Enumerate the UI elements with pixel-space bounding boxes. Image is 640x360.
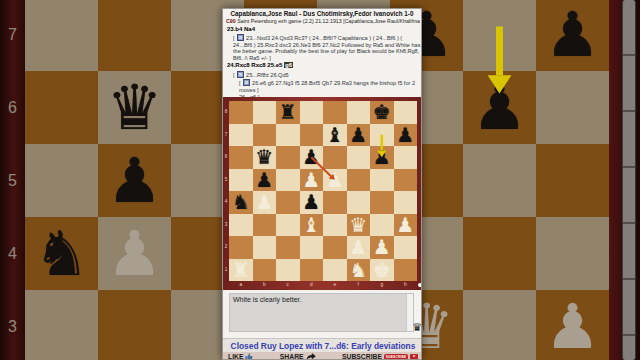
square-f6[interactable] bbox=[347, 146, 371, 169]
thumbs-up-icon bbox=[245, 353, 253, 360]
square-a8[interactable] bbox=[229, 101, 253, 124]
square-h8[interactable] bbox=[394, 101, 418, 124]
notation-line-2[interactable]: [ 23...Nxd3 24.Qxd3 Rc3? ( 24...Bf6!? Ca… bbox=[225, 34, 421, 61]
subscribe-button[interactable]: SUBSCRIBE SUBSCRIBE bbox=[342, 353, 418, 360]
like-button[interactable]: LIKE bbox=[228, 353, 253, 360]
subscribe-label: SUBSCRIBE bbox=[342, 353, 382, 360]
white-to-move-dot bbox=[418, 283, 422, 287]
square-a7[interactable] bbox=[229, 124, 253, 147]
game-event-line: C90 Saint Petersburg exh game (2.2) 21.1… bbox=[226, 18, 420, 24]
file-label-b: b bbox=[253, 282, 277, 290]
piece-wp-d5[interactable]: ♟ bbox=[300, 169, 324, 192]
variation-board-icon[interactable] bbox=[243, 79, 250, 86]
actions-bar: LIKE SHARE SUBSCRIBE SUBSCRIBE bbox=[223, 352, 422, 360]
share-button[interactable]: SHARE bbox=[280, 353, 316, 360]
piece-bn-a4[interactable]: ♞ bbox=[229, 191, 253, 214]
square-c2[interactable] bbox=[276, 236, 300, 259]
square-e8[interactable] bbox=[323, 101, 347, 124]
square-c4[interactable] bbox=[276, 191, 300, 214]
piece-wn-f1[interactable]: ♞ bbox=[347, 259, 371, 282]
piece-bp-d4[interactable]: ♟ bbox=[300, 191, 324, 214]
file-label-a: a bbox=[229, 282, 253, 290]
variation-board-icon[interactable] bbox=[237, 71, 244, 78]
notation-panel[interactable]: 23.b4 Na4[ 23...Nxd3 24.Qxd3 Rc3? ( 24..… bbox=[225, 25, 421, 97]
square-a6[interactable] bbox=[229, 146, 253, 169]
video-title-banner: Closed Ruy Lopez with 7...d6: Early devi… bbox=[223, 338, 422, 352]
file-label-c: c bbox=[276, 282, 300, 290]
square-h1[interactable] bbox=[394, 259, 418, 282]
piece-wr-a1[interactable]: ♜ bbox=[229, 259, 253, 282]
notation-line-3[interactable]: 24.Rxc8 Rxc8 25.e5 g6 bbox=[225, 62, 421, 69]
square-a3[interactable] bbox=[229, 214, 253, 237]
square-c5[interactable] bbox=[276, 169, 300, 192]
chess-board[interactable]: ♜♚♝♟♟♛♟♟♟♟♟♞♟♟♝♛♟♟♟♜♞♚ 87654321abcdefgh bbox=[223, 97, 422, 290]
rank-label-7: 7 bbox=[223, 124, 229, 147]
square-h4[interactable] bbox=[394, 191, 418, 214]
square-f8[interactable] bbox=[347, 101, 371, 124]
event-text: Saint Petersburg exh game (2.2) 21.12.19… bbox=[237, 18, 420, 24]
eco-code: C90 bbox=[226, 18, 236, 24]
square-d8[interactable] bbox=[300, 101, 324, 124]
piece-bq-b6[interactable]: ♛ bbox=[253, 146, 277, 169]
file-label-d: d bbox=[300, 282, 324, 290]
game-title: Capablanca,Jose Raul - Dus Chotimirsky,F… bbox=[223, 10, 421, 17]
rank-label-4: 4 bbox=[223, 191, 229, 214]
piece-bp-h7[interactable]: ♟ bbox=[394, 124, 418, 147]
square-d2[interactable] bbox=[300, 236, 324, 259]
notation-line-1[interactable]: 23.b4 Na4 bbox=[225, 26, 421, 33]
queen-logo-icon: ♛ bbox=[412, 322, 422, 333]
square-b3[interactable] bbox=[253, 214, 277, 237]
square-b1[interactable] bbox=[253, 259, 277, 282]
comment-area: White is clearly better. ♛ bbox=[223, 290, 422, 338]
piece-bp-d6[interactable]: ♟ bbox=[300, 146, 324, 169]
file-label-h: h bbox=[394, 282, 418, 290]
square-g4[interactable] bbox=[370, 191, 394, 214]
square-d1[interactable] bbox=[300, 259, 324, 282]
square-c7[interactable] bbox=[276, 124, 300, 147]
share-label: SHARE bbox=[280, 353, 304, 360]
piece-br-c8[interactable]: ♜ bbox=[276, 101, 300, 124]
rank-label-6: 6 bbox=[223, 146, 229, 169]
square-c3[interactable] bbox=[276, 214, 300, 237]
rank-label-5: 5 bbox=[223, 169, 229, 192]
file-label-e: e bbox=[323, 282, 347, 290]
square-g7[interactable] bbox=[370, 124, 394, 147]
piece-bp-f7[interactable]: ♟ bbox=[347, 124, 371, 147]
square-b2[interactable] bbox=[253, 236, 277, 259]
square-f5[interactable] bbox=[347, 169, 371, 192]
piece-wp-f2[interactable]: ♟ bbox=[347, 236, 371, 259]
square-e2[interactable] bbox=[323, 236, 347, 259]
piece-wp-h3[interactable]: ♟ bbox=[394, 214, 418, 237]
file-label-g: g bbox=[370, 282, 394, 290]
square-e6[interactable] bbox=[323, 146, 347, 169]
square-c1[interactable] bbox=[276, 259, 300, 282]
rank-label-3: 3 bbox=[223, 214, 229, 237]
square-h6[interactable] bbox=[394, 146, 418, 169]
square-f4[interactable] bbox=[347, 191, 371, 214]
piece-wp-e5[interactable]: ♟ bbox=[323, 169, 347, 192]
subscribe-pill-button[interactable]: SUBSCRIBE bbox=[384, 354, 408, 360]
square-h2[interactable] bbox=[394, 236, 418, 259]
square-h5[interactable] bbox=[394, 169, 418, 192]
rank-label-2: 2 bbox=[223, 236, 229, 259]
share-arrow-icon bbox=[306, 353, 316, 360]
rank-label-8: 8 bbox=[223, 101, 229, 124]
board-squares[interactable]: ♜♚♝♟♟♛♟♟♟♟♟♞♟♟♝♛♟♟♟♜♞♚ bbox=[229, 101, 417, 281]
comment-box: White is clearly better. bbox=[229, 293, 414, 332]
piece-bp-b5[interactable]: ♟ bbox=[253, 169, 277, 192]
square-g5[interactable] bbox=[370, 169, 394, 192]
notation-line-5[interactable]: [ 26.e6 g6 27.Ng3 f5 28.Bxf5 Qb7 29.Ra3 … bbox=[225, 79, 421, 93]
square-b7[interactable] bbox=[253, 124, 277, 147]
evaluation-text: White is clearly better. bbox=[233, 296, 404, 303]
current-move-highlight[interactable]: g6 bbox=[284, 62, 293, 68]
square-g3[interactable] bbox=[370, 214, 394, 237]
piece-bk-g8[interactable]: ♚ bbox=[370, 101, 394, 124]
piece-wq-f3[interactable]: ♛ bbox=[347, 214, 371, 237]
notation-line-4[interactable]: [ 25...Rf8± 26.Qd5 bbox=[225, 71, 421, 79]
piece-wk-g1[interactable]: ♚ bbox=[370, 259, 394, 282]
piece-wp-b4[interactable]: ♟ bbox=[253, 191, 277, 214]
square-e4[interactable] bbox=[323, 191, 347, 214]
like-label: LIKE bbox=[228, 353, 243, 360]
rank-label-1: 1 bbox=[223, 259, 229, 282]
square-e1[interactable] bbox=[323, 259, 347, 282]
square-a5[interactable] bbox=[229, 169, 253, 192]
variation-board-icon[interactable] bbox=[237, 34, 244, 41]
piece-bp-g6[interactable]: ♟ bbox=[370, 146, 394, 169]
analysis-window: Capablanca,Jose Raul - Dus Chotimirsky,F… bbox=[222, 8, 422, 360]
piece-bb-e7[interactable]: ♝ bbox=[323, 124, 347, 147]
file-label-f: f bbox=[347, 282, 371, 290]
piece-wb-d3[interactable]: ♝ bbox=[300, 214, 324, 237]
square-b8[interactable] bbox=[253, 101, 277, 124]
piece-wp-g2[interactable]: ♟ bbox=[370, 236, 394, 259]
square-d7[interactable] bbox=[300, 124, 324, 147]
youtube-icon[interactable] bbox=[410, 354, 418, 360]
square-a2[interactable] bbox=[229, 236, 253, 259]
square-e3[interactable] bbox=[323, 214, 347, 237]
square-c6[interactable] bbox=[276, 146, 300, 169]
